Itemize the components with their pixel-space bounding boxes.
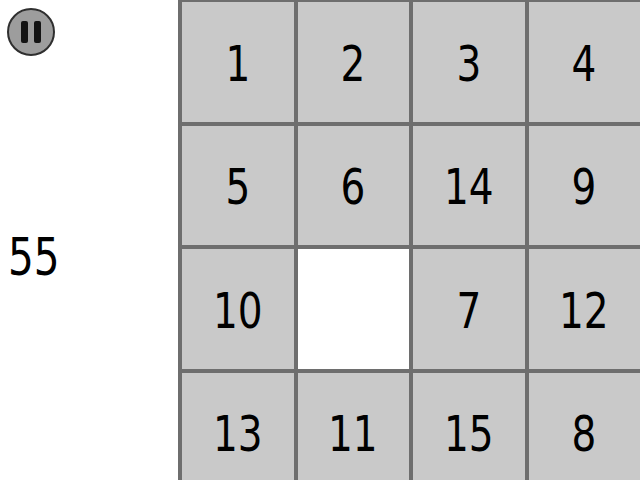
tile-15[interactable]: 15 xyxy=(413,373,525,480)
tile-12[interactable]: 12 xyxy=(529,249,640,369)
tile-1[interactable]: 1 xyxy=(182,2,294,122)
empty-cell xyxy=(298,249,410,369)
tile-label: 12 xyxy=(559,286,609,336)
puzzle-board: 1 2 3 4 5 6 14 9 10 7 12 13 11 15 8 xyxy=(178,0,640,480)
tile-4[interactable]: 4 xyxy=(529,2,640,122)
tile-label: 8 xyxy=(572,409,597,459)
tile-label: 15 xyxy=(444,409,494,459)
tile-label: 2 xyxy=(341,39,366,89)
pause-icon xyxy=(21,21,28,43)
tile-label: 14 xyxy=(444,162,494,212)
tile-label: 9 xyxy=(572,162,597,212)
pause-icon xyxy=(34,21,41,43)
tile-label: 13 xyxy=(213,409,263,459)
tile-9[interactable]: 9 xyxy=(529,126,640,246)
tile-label: 7 xyxy=(456,286,481,336)
tile-2[interactable]: 2 xyxy=(298,2,410,122)
tile-10[interactable]: 10 xyxy=(182,249,294,369)
tile-label: 10 xyxy=(213,286,263,336)
tile-7[interactable]: 7 xyxy=(413,249,525,369)
tile-14[interactable]: 14 xyxy=(413,126,525,246)
tile-3[interactable]: 3 xyxy=(413,2,525,122)
tile-label: 4 xyxy=(572,39,597,89)
move-counter: 55 xyxy=(8,231,60,283)
tile-label: 11 xyxy=(328,409,378,459)
tile-11[interactable]: 11 xyxy=(298,373,410,480)
tile-5[interactable]: 5 xyxy=(182,126,294,246)
pause-button[interactable] xyxy=(7,8,55,56)
tile-8[interactable]: 8 xyxy=(529,373,640,480)
tile-13[interactable]: 13 xyxy=(182,373,294,480)
tile-label: 1 xyxy=(225,39,250,89)
tile-label: 5 xyxy=(225,162,250,212)
tile-6[interactable]: 6 xyxy=(298,126,410,246)
game-screen: 55 1 2 3 4 5 6 14 9 10 7 12 13 11 15 8 xyxy=(0,0,640,480)
tile-label: 6 xyxy=(341,162,366,212)
tile-label: 3 xyxy=(456,39,481,89)
